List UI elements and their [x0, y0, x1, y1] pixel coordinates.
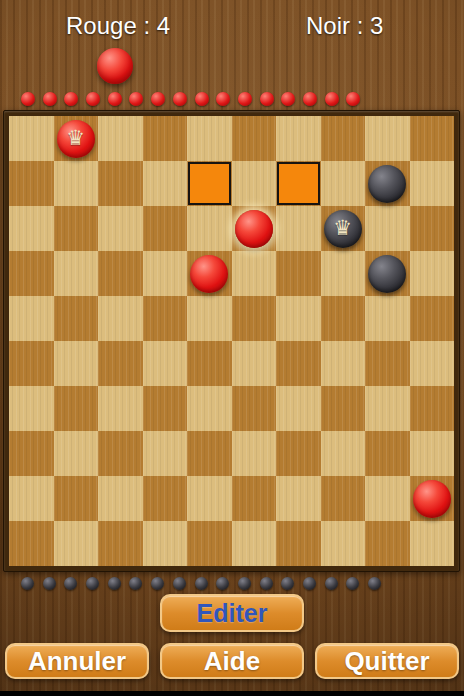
board-cell[interactable]	[98, 296, 143, 341]
board-cell[interactable]	[143, 161, 188, 206]
red-man-piece[interactable]	[190, 255, 228, 293]
board-cell[interactable]	[276, 341, 321, 386]
board-cell[interactable]	[187, 251, 232, 296]
captured-red-dot	[173, 92, 187, 106]
captured-red-dot	[43, 92, 57, 106]
board-cell[interactable]	[365, 296, 410, 341]
checkers-board[interactable]: ♛♛	[9, 116, 454, 566]
board-cell[interactable]	[98, 161, 143, 206]
board-cell[interactable]	[276, 296, 321, 341]
board-cell[interactable]	[9, 431, 54, 476]
captured-red-dot	[195, 92, 209, 106]
board-cell[interactable]	[98, 116, 143, 161]
red-king-piece[interactable]: ♛	[57, 120, 95, 158]
board-cell[interactable]	[276, 431, 321, 476]
board-cell[interactable]	[143, 116, 188, 161]
board-cell[interactable]	[410, 206, 455, 251]
board-cell[interactable]	[276, 116, 321, 161]
black-captured-tray	[21, 577, 381, 590]
captured-red-dot	[216, 92, 230, 106]
board-cell[interactable]	[365, 251, 410, 296]
board-cell[interactable]	[9, 386, 54, 431]
edit-button[interactable]: Editer	[160, 594, 304, 632]
captured-black-dot	[173, 577, 186, 590]
board-cell[interactable]	[98, 251, 143, 296]
black-man-piece[interactable]	[368, 255, 406, 293]
board-cell[interactable]	[365, 521, 410, 566]
board-cell[interactable]	[365, 161, 410, 206]
captured-red-dot	[281, 92, 295, 106]
captured-black-dot	[303, 577, 316, 590]
board-cell[interactable]	[54, 161, 99, 206]
board-cell[interactable]: ♛	[54, 116, 99, 161]
black-score-label: Noir : 3	[306, 12, 383, 40]
captured-red-dot	[346, 92, 360, 106]
board-cell[interactable]	[187, 341, 232, 386]
board-cell[interactable]	[410, 251, 455, 296]
board-cell[interactable]	[365, 116, 410, 161]
board-cell[interactable]	[365, 386, 410, 431]
highlight-square[interactable]	[188, 162, 231, 205]
board-cell[interactable]: ♛	[321, 206, 366, 251]
board-cell[interactable]	[54, 521, 99, 566]
board-cell[interactable]	[321, 476, 366, 521]
captured-red-dot	[303, 92, 317, 106]
board-cell[interactable]	[276, 521, 321, 566]
quit-button[interactable]: Quitter	[315, 643, 459, 679]
board-cell[interactable]	[9, 251, 54, 296]
board-cell[interactable]	[232, 521, 277, 566]
board-cell[interactable]	[143, 251, 188, 296]
board-cell[interactable]	[98, 386, 143, 431]
board-cell[interactable]	[232, 206, 277, 251]
captured-black-dot	[43, 577, 56, 590]
board-cell[interactable]	[54, 476, 99, 521]
board-cell[interactable]	[143, 386, 188, 431]
board-cell[interactable]	[232, 296, 277, 341]
captured-red-dot	[21, 92, 35, 106]
board-cell[interactable]	[276, 206, 321, 251]
board-cell[interactable]	[98, 341, 143, 386]
captured-black-dot	[108, 577, 121, 590]
board-cell[interactable]	[187, 521, 232, 566]
captured-black-dot	[195, 577, 208, 590]
board-cell[interactable]	[187, 296, 232, 341]
captured-red-dot	[238, 92, 252, 106]
captured-red-dot	[260, 92, 274, 106]
captured-black-dot	[238, 577, 251, 590]
board-cell[interactable]	[143, 431, 188, 476]
board-cell[interactable]	[187, 206, 232, 251]
board-cell[interactable]	[410, 386, 455, 431]
captured-red-dot	[325, 92, 339, 106]
board-cell[interactable]	[143, 206, 188, 251]
board-cell[interactable]	[9, 476, 54, 521]
board-cell[interactable]	[410, 161, 455, 206]
captured-red-dot	[151, 92, 165, 106]
board-cell[interactable]	[321, 296, 366, 341]
board-cell[interactable]	[98, 521, 143, 566]
board-cell[interactable]	[143, 296, 188, 341]
board-cell[interactable]	[365, 206, 410, 251]
captured-black-dot	[368, 577, 381, 590]
captured-black-dot	[325, 577, 338, 590]
board-frame: ♛♛	[3, 110, 460, 572]
board-cell[interactable]	[232, 161, 277, 206]
red-man-piece[interactable]	[413, 480, 451, 518]
board-cell[interactable]	[276, 476, 321, 521]
board-cell[interactable]	[232, 116, 277, 161]
bottom-black-strip	[0, 691, 464, 696]
board-cell[interactable]	[276, 161, 321, 206]
board-cell[interactable]	[9, 521, 54, 566]
captured-black-dot	[129, 577, 142, 590]
board-cell[interactable]	[54, 206, 99, 251]
board-cell[interactable]	[410, 476, 455, 521]
board-cell[interactable]	[410, 341, 455, 386]
board-cell[interactable]	[187, 431, 232, 476]
board-cell[interactable]	[321, 341, 366, 386]
board-cell[interactable]	[187, 161, 232, 206]
board-cell[interactable]	[9, 296, 54, 341]
captured-black-dot	[86, 577, 99, 590]
app-screen: Rouge : 4 Noir : 3 ♛♛ Editer Annuler Aid…	[0, 0, 464, 696]
board-cell[interactable]	[410, 116, 455, 161]
highlight-square[interactable]	[277, 162, 320, 205]
board-cell[interactable]	[9, 206, 54, 251]
board-cell[interactable]	[54, 386, 99, 431]
board-cell[interactable]	[232, 431, 277, 476]
board-cell[interactable]	[321, 521, 366, 566]
crown-icon: ♛	[333, 218, 352, 239]
captured-black-dot	[346, 577, 359, 590]
board-cell[interactable]	[321, 161, 366, 206]
board-cell[interactable]	[232, 476, 277, 521]
board-cell[interactable]	[98, 206, 143, 251]
captured-black-dot	[64, 577, 77, 590]
board-cell[interactable]	[321, 116, 366, 161]
board-cell[interactable]	[321, 431, 366, 476]
turn-indicator-red-piece	[97, 48, 133, 84]
board-cell[interactable]	[232, 341, 277, 386]
captured-black-dot	[281, 577, 294, 590]
board-cell[interactable]	[54, 431, 99, 476]
board-cell[interactable]	[276, 386, 321, 431]
board-cell[interactable]	[54, 296, 99, 341]
board-cell[interactable]	[232, 251, 277, 296]
board-cell[interactable]	[9, 116, 54, 161]
board-cell[interactable]	[321, 386, 366, 431]
board-cell[interactable]	[54, 251, 99, 296]
undo-button[interactable]: Annuler	[5, 643, 149, 679]
board-cell[interactable]	[9, 161, 54, 206]
captured-black-dot	[216, 577, 229, 590]
black-king-piece[interactable]: ♛	[324, 210, 362, 248]
captured-red-dot	[108, 92, 122, 106]
board-cell[interactable]	[187, 476, 232, 521]
captured-red-dot	[64, 92, 78, 106]
board-cell[interactable]	[187, 386, 232, 431]
board-cell[interactable]	[187, 116, 232, 161]
board-cell[interactable]	[365, 431, 410, 476]
board-cell[interactable]	[410, 521, 455, 566]
captured-black-dot	[21, 577, 34, 590]
captured-black-dot	[260, 577, 273, 590]
board-cell[interactable]	[365, 476, 410, 521]
red-score-label: Rouge : 4	[66, 12, 170, 40]
board-cell[interactable]	[365, 341, 410, 386]
red-man-piece[interactable]	[235, 210, 273, 248]
board-cell[interactable]	[54, 341, 99, 386]
captured-red-dot	[129, 92, 143, 106]
board-cell[interactable]	[232, 386, 277, 431]
black-man-piece[interactable]	[368, 165, 406, 203]
captured-black-dot	[151, 577, 164, 590]
red-captured-tray	[21, 92, 360, 106]
board-cell[interactable]	[321, 251, 366, 296]
board-cell[interactable]	[276, 251, 321, 296]
board-cell[interactable]	[9, 341, 54, 386]
board-cell[interactable]	[143, 476, 188, 521]
board-cell[interactable]	[98, 431, 143, 476]
board-cell[interactable]	[410, 296, 455, 341]
crown-icon: ♛	[66, 128, 85, 149]
board-cell[interactable]	[143, 521, 188, 566]
board-cell[interactable]	[98, 476, 143, 521]
board-cell[interactable]	[143, 341, 188, 386]
help-button[interactable]: Aide	[160, 643, 304, 679]
captured-red-dot	[86, 92, 100, 106]
board-cell[interactable]	[410, 431, 455, 476]
